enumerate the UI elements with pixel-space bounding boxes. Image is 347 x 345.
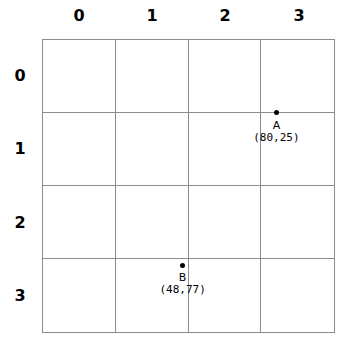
grid-cell (43, 113, 116, 186)
col-label-3: 3 (293, 8, 304, 24)
row-label-2: 2 (14, 215, 25, 231)
coordinate-grid-diagram: 0 1 2 3 0 1 2 3 A (80,25) B (48,77) (0, 0, 347, 345)
row-label-1: 1 (14, 141, 25, 157)
col-label-0: 0 (73, 8, 84, 24)
grid-cell (43, 259, 116, 332)
grid-cell (116, 186, 189, 259)
grid-cell (189, 40, 262, 113)
row-label-3: 3 (14, 288, 25, 304)
grid-cell (116, 113, 189, 186)
grid-cell (43, 186, 116, 259)
grid-cell (261, 259, 334, 332)
point-B-coords: (48,77) (159, 284, 205, 295)
grid-cell (189, 186, 262, 259)
grid-cell (189, 113, 262, 186)
col-label-1: 1 (146, 8, 157, 24)
point-A-coords: (80,25) (253, 132, 299, 143)
col-label-2: 2 (219, 8, 230, 24)
grid-cell (261, 186, 334, 259)
point-A-label: A (273, 120, 281, 131)
row-label-0: 0 (14, 68, 25, 84)
grid-cell (43, 40, 116, 113)
grid-cell (116, 40, 189, 113)
point-B-label: B (179, 272, 187, 283)
grid-cell (261, 40, 334, 113)
point-A-dot (274, 110, 279, 115)
point-B-dot (180, 263, 185, 268)
